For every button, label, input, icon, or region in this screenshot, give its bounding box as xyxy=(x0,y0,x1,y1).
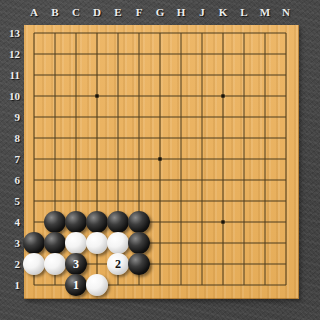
stone-black-F2 xyxy=(128,253,150,275)
column-label-D: D xyxy=(87,4,107,20)
row-label-9: 9 xyxy=(0,109,20,125)
row-label-7: 7 xyxy=(0,151,20,167)
row-label-13: 13 xyxy=(0,25,20,41)
column-label-M: M xyxy=(255,4,275,20)
board-grid xyxy=(24,25,299,299)
stone-white-E2: 2 xyxy=(107,253,129,275)
stone-black-A3 xyxy=(23,232,45,254)
row-label-2: 2 xyxy=(0,256,20,272)
row-label-11: 11 xyxy=(0,67,20,83)
column-label-A: A xyxy=(24,4,44,20)
stone-black-B3 xyxy=(44,232,66,254)
row-label-1: 1 xyxy=(0,277,20,293)
move-number-3: 3 xyxy=(73,258,79,270)
stone-black-E4 xyxy=(107,211,129,233)
stone-black-F3 xyxy=(128,232,150,254)
stone-black-D4 xyxy=(86,211,108,233)
stone-white-B2 xyxy=(44,253,66,275)
row-label-12: 12 xyxy=(0,46,20,62)
column-label-N: N xyxy=(276,4,296,20)
column-label-E: E xyxy=(108,4,128,20)
stone-black-B4 xyxy=(44,211,66,233)
stone-white-D1 xyxy=(86,274,108,296)
row-label-8: 8 xyxy=(0,130,20,146)
column-label-G: G xyxy=(150,4,170,20)
stone-black-F4 xyxy=(128,211,150,233)
column-label-C: C xyxy=(66,4,86,20)
stone-white-E3 xyxy=(107,232,129,254)
stone-white-D3 xyxy=(86,232,108,254)
move-number-2: 2 xyxy=(115,258,121,270)
stone-black-C1: 1 xyxy=(65,274,87,296)
stone-black-C4 xyxy=(65,211,87,233)
stone-black-C2: 3 xyxy=(65,253,87,275)
stone-white-C3 xyxy=(65,232,87,254)
go-diagram: ABCDEFGHJKLMN 13121110987654321 321 xyxy=(0,0,320,320)
row-label-4: 4 xyxy=(0,214,20,230)
stone-white-A2 xyxy=(23,253,45,275)
column-label-K: K xyxy=(213,4,233,20)
row-label-6: 6 xyxy=(0,172,20,188)
row-label-10: 10 xyxy=(0,88,20,104)
column-label-J: J xyxy=(192,4,212,20)
column-label-B: B xyxy=(45,4,65,20)
column-label-H: H xyxy=(171,4,191,20)
row-label-5: 5 xyxy=(0,193,20,209)
column-label-L: L xyxy=(234,4,254,20)
column-label-F: F xyxy=(129,4,149,20)
go-board[interactable]: 321 xyxy=(24,25,299,299)
row-label-3: 3 xyxy=(0,235,20,251)
move-number-1: 1 xyxy=(73,279,79,291)
